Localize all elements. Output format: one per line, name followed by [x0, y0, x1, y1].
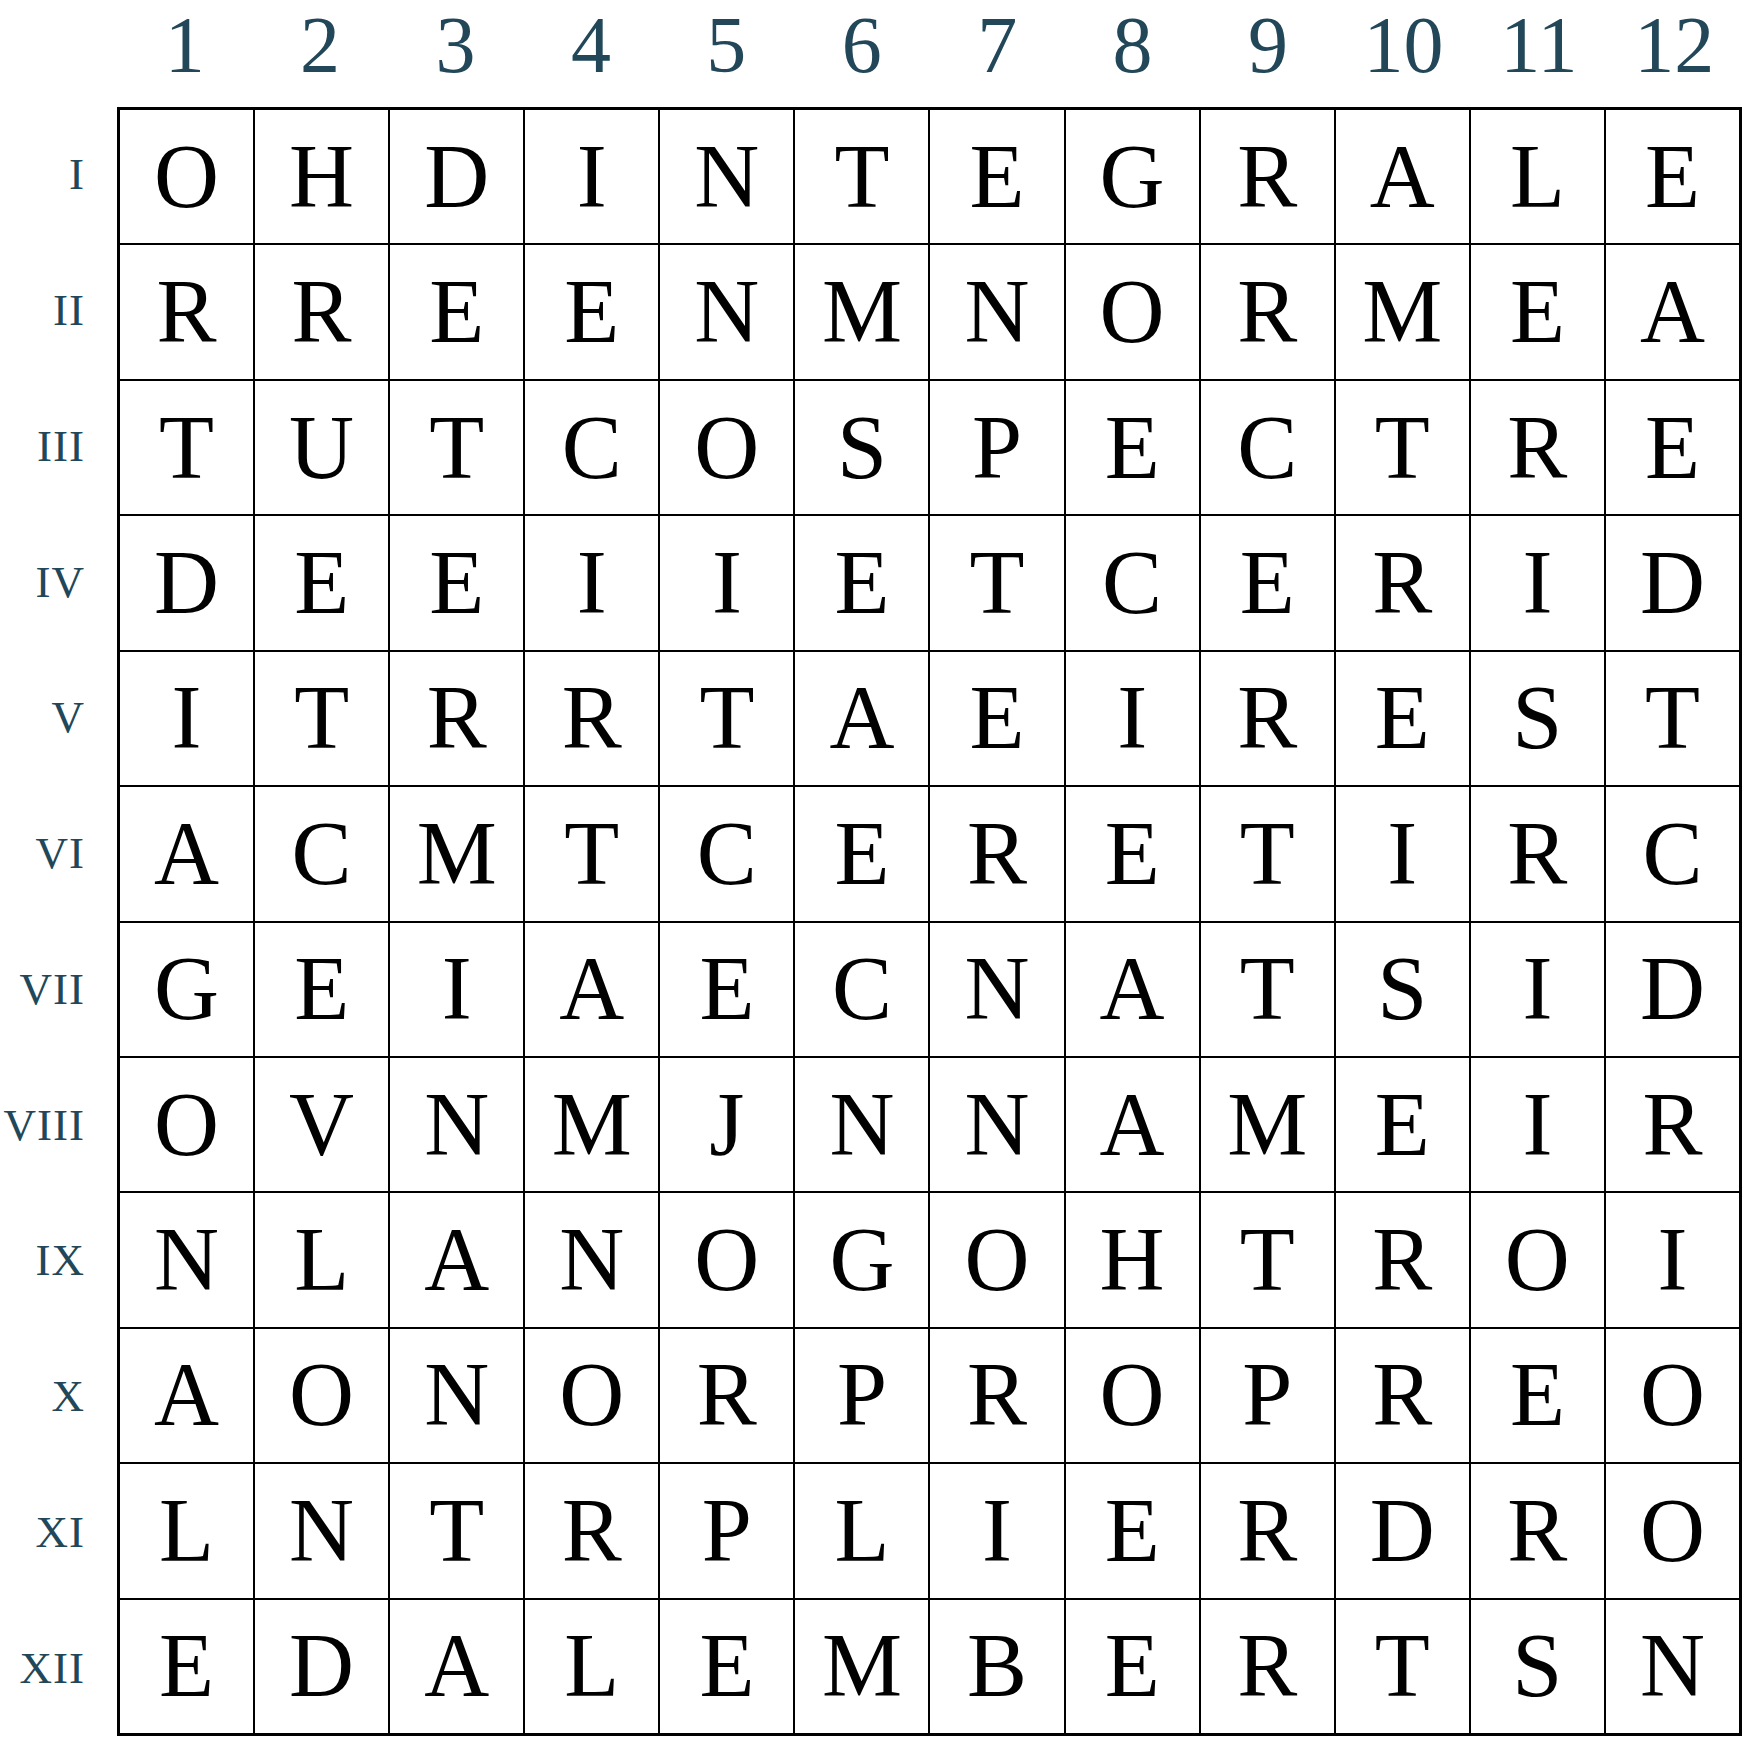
col-label-1: 1	[117, 0, 252, 107]
grid-cell-III-8: E	[1065, 380, 1200, 515]
grid-cell-XII-12: N	[1605, 1599, 1740, 1734]
grid-cell-XII-4: L	[524, 1599, 659, 1734]
col-label-8: 8	[1065, 0, 1200, 107]
col-label-6: 6	[794, 0, 929, 107]
grid-cell-IX-10: R	[1335, 1192, 1470, 1327]
grid-cell-VI-11: R	[1470, 786, 1605, 921]
grid-cell-IX-5: O	[659, 1192, 794, 1327]
grid-cell-XII-8: E	[1065, 1599, 1200, 1734]
row-label-IV: IV	[0, 514, 117, 650]
grid-cell-XI-7: I	[929, 1463, 1064, 1598]
grid-cell-IX-2: L	[254, 1192, 389, 1327]
grid-cell-V-1: I	[119, 651, 254, 786]
row-label-X: X	[0, 1329, 117, 1465]
grid-cell-II-8: O	[1065, 244, 1200, 379]
grid-cell-XII-6: M	[794, 1599, 929, 1734]
grid-cell-VII-6: C	[794, 922, 929, 1057]
grid-cell-XII-5: E	[659, 1599, 794, 1734]
grid-cell-III-9: C	[1200, 380, 1335, 515]
grid-cell-III-7: P	[929, 380, 1064, 515]
grid-cell-X-9: P	[1200, 1328, 1335, 1463]
grid-cell-III-5: O	[659, 380, 794, 515]
grid-cell-VIII-6: N	[794, 1057, 929, 1192]
grid-cell-I-8: G	[1065, 109, 1200, 244]
grid-cell-X-7: R	[929, 1328, 1064, 1463]
grid-cell-VIII-2: V	[254, 1057, 389, 1192]
column-headers: 123456789101112	[117, 0, 1742, 107]
grid-cell-IV-2: E	[254, 515, 389, 650]
grid-cell-I-5: N	[659, 109, 794, 244]
grid-cell-VIII-1: O	[119, 1057, 254, 1192]
grid-cell-IV-11: I	[1470, 515, 1605, 650]
col-label-12: 12	[1607, 0, 1742, 107]
grid-cell-IV-1: D	[119, 515, 254, 650]
row-label-VI: VI	[0, 786, 117, 922]
grid-cell-V-8: I	[1065, 651, 1200, 786]
grid-cell-VI-9: T	[1200, 786, 1335, 921]
grid-cell-IX-6: G	[794, 1192, 929, 1327]
grid-cell-X-1: A	[119, 1328, 254, 1463]
grid-cell-XI-5: P	[659, 1463, 794, 1598]
grid-cell-VII-5: E	[659, 922, 794, 1057]
letter-grid: OHDINTEGRALERREENMNORMEATUTCOSPECTREDEEI…	[117, 107, 1742, 1736]
grid-cell-I-2: H	[254, 109, 389, 244]
grid-cell-IV-12: D	[1605, 515, 1740, 650]
grid-cell-XII-7: B	[929, 1599, 1064, 1734]
grid-cell-V-12: T	[1605, 651, 1740, 786]
grid-cell-X-8: O	[1065, 1328, 1200, 1463]
grid-cell-VI-10: I	[1335, 786, 1470, 921]
grid-cell-II-5: N	[659, 244, 794, 379]
grid-cell-IX-4: N	[524, 1192, 659, 1327]
grid-cell-VII-12: D	[1605, 922, 1740, 1057]
grid-cell-XII-11: S	[1470, 1599, 1605, 1734]
grid-cell-III-11: R	[1470, 380, 1605, 515]
grid-cell-X-3: N	[389, 1328, 524, 1463]
grid-cell-X-6: P	[794, 1328, 929, 1463]
grid-cell-V-7: E	[929, 651, 1064, 786]
grid-cell-VIII-7: N	[929, 1057, 1064, 1192]
grid-cell-X-12: O	[1605, 1328, 1740, 1463]
grid-cell-I-1: O	[119, 109, 254, 244]
grid-cell-XII-3: A	[389, 1599, 524, 1734]
row-label-XI: XI	[0, 1465, 117, 1601]
grid-cell-XI-4: R	[524, 1463, 659, 1598]
grid-cell-XI-9: R	[1200, 1463, 1335, 1598]
grid-cell-XI-11: R	[1470, 1463, 1605, 1598]
grid-cell-VI-1: A	[119, 786, 254, 921]
grid-cell-III-1: T	[119, 380, 254, 515]
grid-cell-II-1: R	[119, 244, 254, 379]
grid-cell-I-6: T	[794, 109, 929, 244]
row-label-XII: XII	[0, 1600, 117, 1736]
grid-cell-IV-9: E	[1200, 515, 1335, 650]
grid-cell-II-12: A	[1605, 244, 1740, 379]
grid-cell-IV-7: T	[929, 515, 1064, 650]
col-label-5: 5	[659, 0, 794, 107]
grid-cell-X-10: R	[1335, 1328, 1470, 1463]
grid-cell-VIII-9: M	[1200, 1057, 1335, 1192]
grid-cell-IV-8: C	[1065, 515, 1200, 650]
grid-cell-VI-6: E	[794, 786, 929, 921]
row-label-VII: VII	[0, 922, 117, 1058]
col-label-3: 3	[388, 0, 523, 107]
grid-cell-VIII-10: E	[1335, 1057, 1470, 1192]
grid-cell-VII-10: S	[1335, 922, 1470, 1057]
grid-cell-X-11: E	[1470, 1328, 1605, 1463]
col-label-4: 4	[523, 0, 658, 107]
grid-cell-XII-10: T	[1335, 1599, 1470, 1734]
grid-cell-II-11: E	[1470, 244, 1605, 379]
grid-cell-IX-7: O	[929, 1192, 1064, 1327]
grid-cell-IV-5: I	[659, 515, 794, 650]
grid-cell-V-9: R	[1200, 651, 1335, 786]
grid-cell-I-9: R	[1200, 109, 1335, 244]
grid-cell-V-3: R	[389, 651, 524, 786]
grid-cell-II-7: N	[929, 244, 1064, 379]
grid-cell-XII-1: E	[119, 1599, 254, 1734]
grid-cell-XII-9: R	[1200, 1599, 1335, 1734]
grid-cell-V-11: S	[1470, 651, 1605, 786]
row-label-V: V	[0, 650, 117, 786]
grid-cell-VII-9: T	[1200, 922, 1335, 1057]
grid-cell-V-5: T	[659, 651, 794, 786]
grid-cell-III-4: C	[524, 380, 659, 515]
grid-cell-II-10: M	[1335, 244, 1470, 379]
grid-cell-II-4: E	[524, 244, 659, 379]
row-label-III: III	[0, 379, 117, 515]
grid-cell-I-12: E	[1605, 109, 1740, 244]
grid-cell-VIII-4: M	[524, 1057, 659, 1192]
grid-cell-IX-12: I	[1605, 1192, 1740, 1327]
grid-cell-VII-7: N	[929, 922, 1064, 1057]
row-label-VIII: VIII	[0, 1057, 117, 1193]
grid-cell-XI-1: L	[119, 1463, 254, 1598]
col-label-9: 9	[1200, 0, 1335, 107]
word-search-puzzle: 123456789101112 IIIIIIIVVVIVIIVIIIIXXXIX…	[0, 0, 1753, 1745]
grid-cell-VIII-12: R	[1605, 1057, 1740, 1192]
grid-cell-VI-7: R	[929, 786, 1064, 921]
grid-cell-I-4: I	[524, 109, 659, 244]
grid-cell-X-5: R	[659, 1328, 794, 1463]
col-label-11: 11	[1471, 0, 1606, 107]
grid-cell-XI-12: O	[1605, 1463, 1740, 1598]
grid-cell-I-7: E	[929, 109, 1064, 244]
grid-cell-V-10: E	[1335, 651, 1470, 786]
row-label-II: II	[0, 243, 117, 379]
grid-cell-VII-2: E	[254, 922, 389, 1057]
grid-cell-VI-3: M	[389, 786, 524, 921]
grid-cell-VI-8: E	[1065, 786, 1200, 921]
grid-cell-V-6: A	[794, 651, 929, 786]
grid-cell-VI-4: T	[524, 786, 659, 921]
col-label-7: 7	[930, 0, 1065, 107]
grid-cell-X-4: O	[524, 1328, 659, 1463]
grid-cell-X-2: O	[254, 1328, 389, 1463]
grid-cell-XI-3: T	[389, 1463, 524, 1598]
grid-cell-VIII-3: N	[389, 1057, 524, 1192]
col-label-2: 2	[252, 0, 387, 107]
grid-cell-VIII-5: J	[659, 1057, 794, 1192]
grid-cell-IX-3: A	[389, 1192, 524, 1327]
grid-cell-XI-8: E	[1065, 1463, 1200, 1598]
grid-cell-I-11: L	[1470, 109, 1605, 244]
grid-cell-III-10: T	[1335, 380, 1470, 515]
grid-cell-IX-1: N	[119, 1192, 254, 1327]
grid-cell-XII-2: D	[254, 1599, 389, 1734]
grid-cell-III-3: T	[389, 380, 524, 515]
row-label-IX: IX	[0, 1193, 117, 1329]
grid-cell-VIII-11: I	[1470, 1057, 1605, 1192]
grid-cell-III-6: S	[794, 380, 929, 515]
grid-cell-VI-2: C	[254, 786, 389, 921]
grid-cell-I-3: D	[389, 109, 524, 244]
grid-cell-IX-9: T	[1200, 1192, 1335, 1327]
grid-cell-VII-11: I	[1470, 922, 1605, 1057]
grid-cell-IV-10: R	[1335, 515, 1470, 650]
grid-cell-IX-8: H	[1065, 1192, 1200, 1327]
grid-cell-III-2: U	[254, 380, 389, 515]
grid-cell-IV-3: E	[389, 515, 524, 650]
row-label-I: I	[0, 107, 117, 243]
grid-cell-XI-6: L	[794, 1463, 929, 1598]
grid-cell-XI-2: N	[254, 1463, 389, 1598]
grid-cell-II-2: R	[254, 244, 389, 379]
grid-cell-XI-10: D	[1335, 1463, 1470, 1598]
grid-cell-II-9: R	[1200, 244, 1335, 379]
grid-cell-VI-5: C	[659, 786, 794, 921]
grid-cell-II-3: E	[389, 244, 524, 379]
grid-cell-IX-11: O	[1470, 1192, 1605, 1327]
grid-cell-VII-4: A	[524, 922, 659, 1057]
grid-cell-IV-6: E	[794, 515, 929, 650]
grid-cell-VI-12: C	[1605, 786, 1740, 921]
grid-cell-VIII-8: A	[1065, 1057, 1200, 1192]
grid-cell-VII-3: I	[389, 922, 524, 1057]
grid-cell-VII-8: A	[1065, 922, 1200, 1057]
grid-cell-V-4: R	[524, 651, 659, 786]
row-labels: IIIIIIIVVVIVIIVIIIIXXXIXII	[0, 107, 117, 1736]
grid-cell-VII-1: G	[119, 922, 254, 1057]
grid-cell-I-10: A	[1335, 109, 1470, 244]
grid-cell-V-2: T	[254, 651, 389, 786]
grid-cell-III-12: E	[1605, 380, 1740, 515]
col-label-10: 10	[1336, 0, 1471, 107]
grid-cell-IV-4: I	[524, 515, 659, 650]
grid-cell-II-6: M	[794, 244, 929, 379]
